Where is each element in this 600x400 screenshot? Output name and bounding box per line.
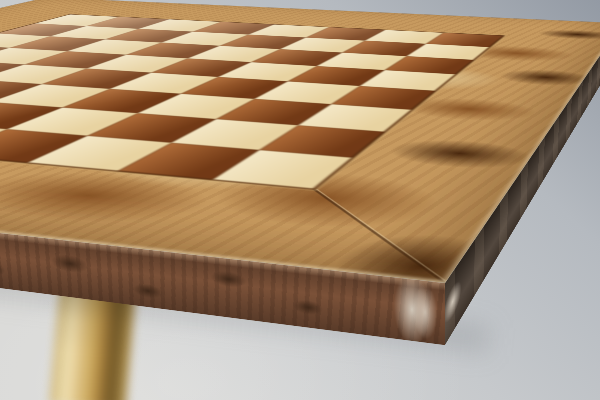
chess-table bbox=[0, 0, 600, 283]
table-top bbox=[0, 0, 600, 283]
corner-wear-mark bbox=[413, 283, 438, 341]
table-perspective bbox=[0, 0, 600, 400]
photo-scene bbox=[0, 0, 600, 400]
